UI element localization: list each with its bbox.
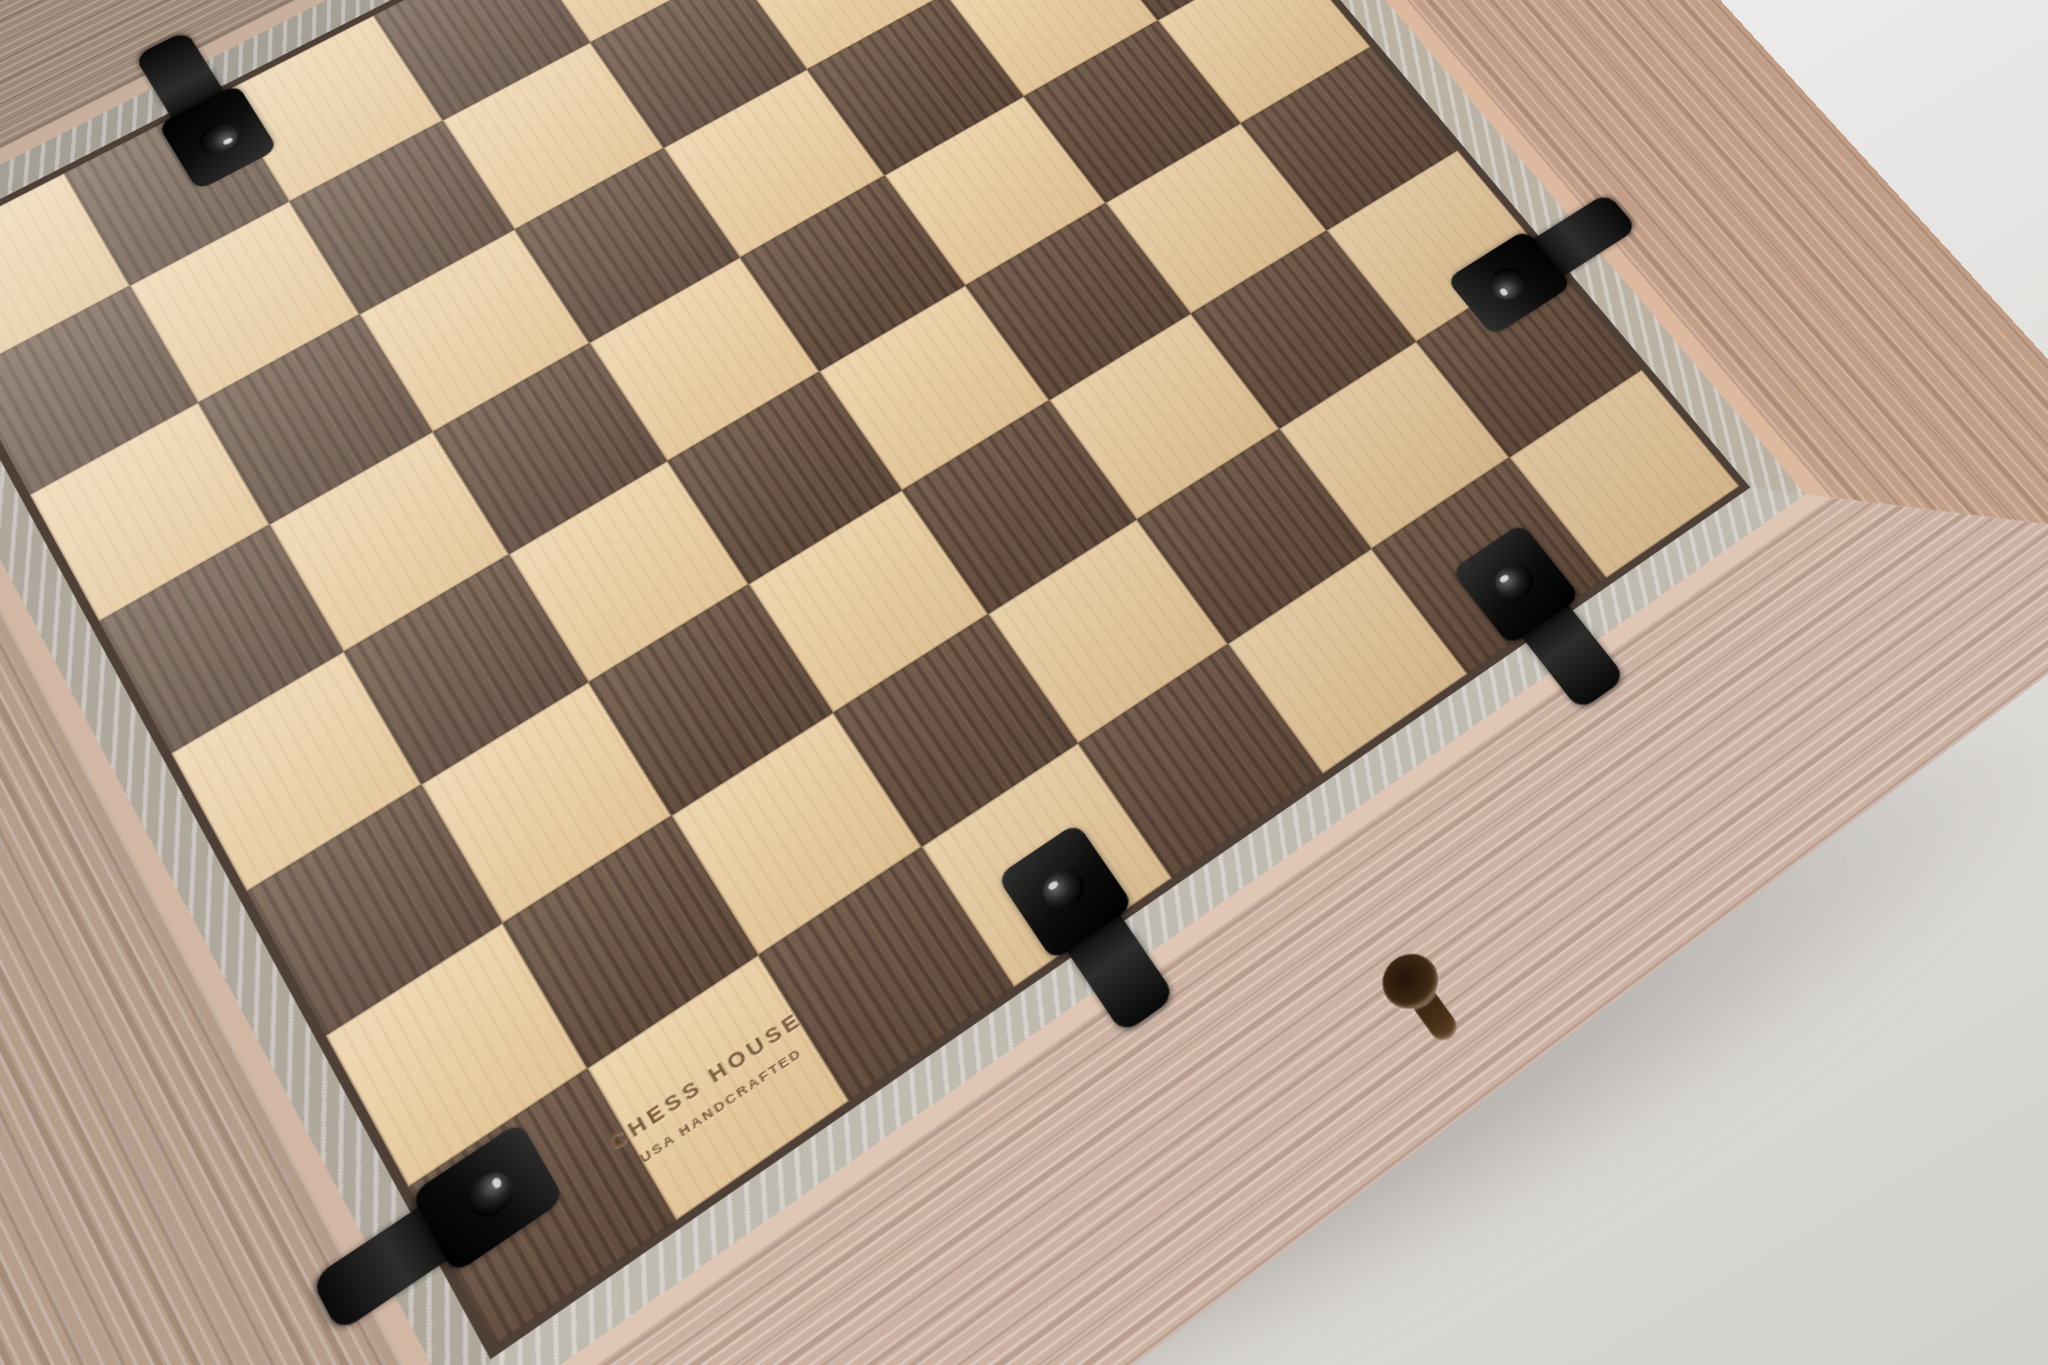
photo-stage: CHESS HOUSE USA HANDCRAFTED bbox=[0, 0, 2048, 1365]
